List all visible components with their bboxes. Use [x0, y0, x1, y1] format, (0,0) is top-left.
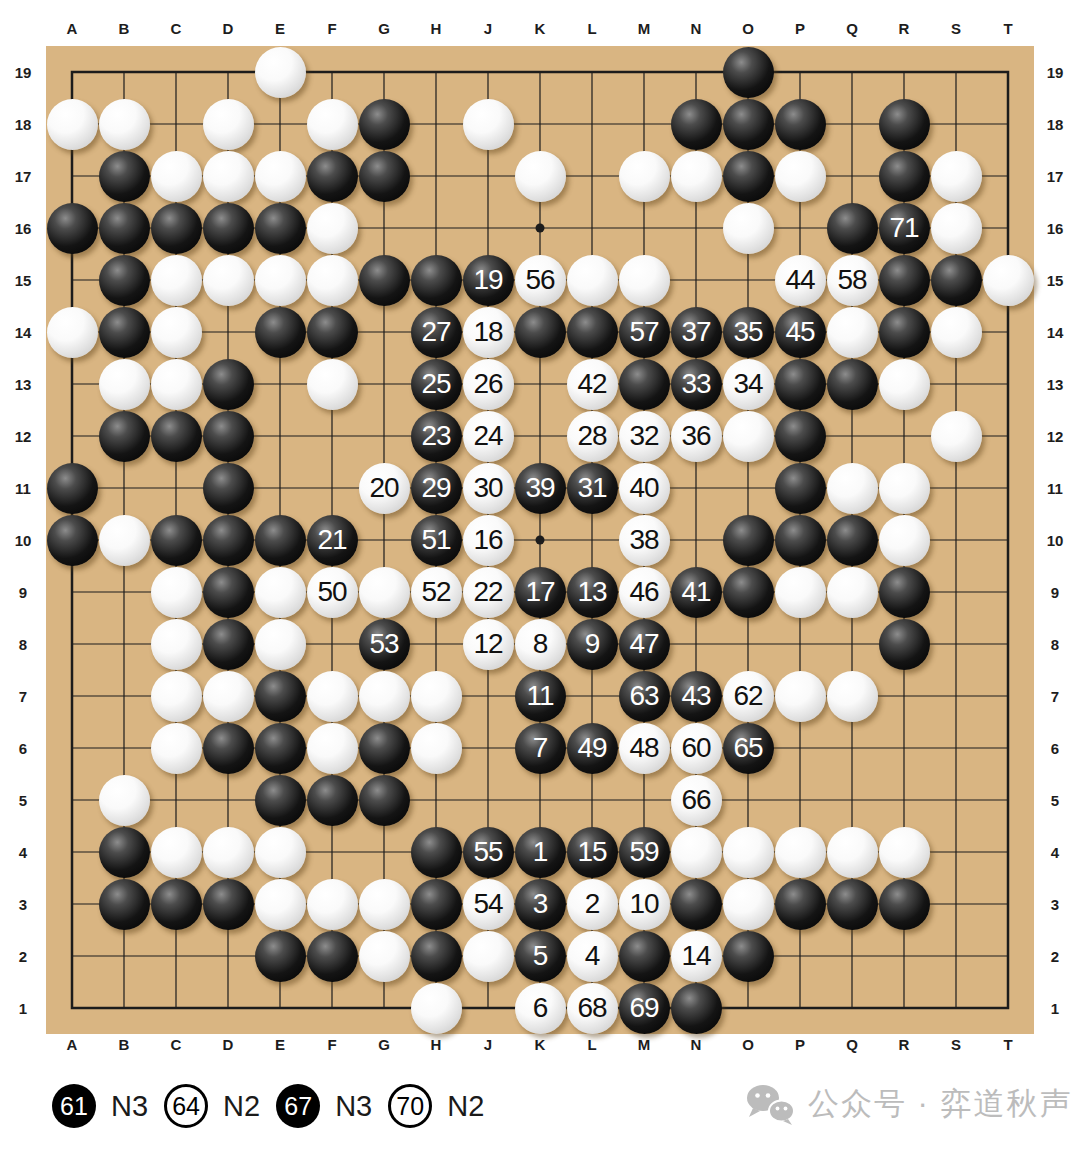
stone-N9: 41 [671, 567, 722, 618]
stone-P12 [775, 411, 826, 462]
stone-B13 [99, 359, 150, 410]
coord-label: E [254, 1036, 306, 1053]
move-number: 55 [473, 838, 502, 866]
move-number: 35 [733, 318, 762, 346]
stone-H6 [411, 723, 462, 774]
move-number: 29 [421, 474, 450, 502]
coord-label: A [46, 20, 98, 37]
coord-label: 14 [6, 306, 40, 358]
stone-G18 [359, 99, 410, 150]
stone-Q9 [827, 567, 878, 618]
stone-K2: 5 [515, 931, 566, 982]
move-number: 66 [681, 786, 710, 814]
stone-K8: 8 [515, 619, 566, 670]
stone-Q10 [827, 515, 878, 566]
stone-M17 [619, 151, 670, 202]
stone-G8: 53 [359, 619, 410, 670]
stone-G7 [359, 671, 410, 722]
stone-R15 [879, 255, 930, 306]
move-number: 39 [525, 474, 554, 502]
stone-C3 [151, 879, 202, 930]
move-number: 17 [525, 578, 554, 606]
stone-F14 [307, 307, 358, 358]
move-number: 31 [577, 474, 606, 502]
stone-O13: 34 [723, 359, 774, 410]
stone-E2 [255, 931, 306, 982]
stone-E15 [255, 255, 306, 306]
stone-D7 [203, 671, 254, 722]
stone-C16 [151, 203, 202, 254]
stone-R10 [879, 515, 930, 566]
coord-label: N [670, 1036, 722, 1053]
coord-label: 11 [1038, 462, 1072, 514]
move-number: 47 [629, 630, 658, 658]
legend-point-label: N3 [335, 1090, 372, 1123]
stone-L12: 28 [567, 411, 618, 462]
move-number: 58 [837, 266, 866, 294]
stone-K4: 1 [515, 827, 566, 878]
coord-label: 10 [6, 514, 40, 566]
stone-M2 [619, 931, 670, 982]
coord-label: 4 [6, 826, 40, 878]
move-number: 49 [577, 734, 606, 762]
coord-label: 13 [6, 358, 40, 410]
move-number: 36 [681, 422, 710, 450]
go-board: 7119564458271857373545252642333423242832… [46, 46, 1034, 1034]
stone-G17 [359, 151, 410, 202]
stone-S17 [931, 151, 982, 202]
go-diagram-page: ABCDEFGHJKLMNOPQRST ABCDEFGHJKLMNOPQRST … [0, 0, 1080, 1156]
stone-F17 [307, 151, 358, 202]
coord-label: H [410, 1036, 462, 1053]
move-number: 63 [629, 682, 658, 710]
stone-P11 [775, 463, 826, 514]
stone-C9 [151, 567, 202, 618]
move-number: 33 [681, 370, 710, 398]
move-number: 52 [421, 578, 450, 606]
stone-E7 [255, 671, 306, 722]
move-number: 27 [421, 318, 450, 346]
coord-label: 16 [1038, 202, 1072, 254]
move-number: 6 [533, 994, 548, 1022]
stone-D15 [203, 255, 254, 306]
column-labels-bottom: ABCDEFGHJKLMNOPQRST [46, 1036, 1034, 1053]
stone-P17 [775, 151, 826, 202]
legend-item: 61N3 [52, 1084, 157, 1128]
coord-label: 19 [6, 46, 40, 98]
stone-L11: 31 [567, 463, 618, 514]
stone-M11: 40 [619, 463, 670, 514]
coord-label: 3 [1038, 878, 1072, 930]
coord-label: 18 [6, 98, 40, 150]
stone-K9: 17 [515, 567, 566, 618]
move-number: 53 [369, 630, 398, 658]
wechat-icon [744, 1083, 796, 1125]
stone-L2: 4 [567, 931, 618, 982]
stone-T15 [983, 255, 1034, 306]
coord-label: 19 [1038, 46, 1072, 98]
stone-L6: 49 [567, 723, 618, 774]
stone-E6 [255, 723, 306, 774]
coord-label: 9 [1038, 566, 1072, 618]
coord-label: O [722, 1036, 774, 1053]
stone-H3 [411, 879, 462, 930]
move-number: 34 [733, 370, 762, 398]
stone-G11: 20 [359, 463, 410, 514]
stone-H12: 23 [411, 411, 462, 462]
move-number: 57 [629, 318, 658, 346]
stone-Q11 [827, 463, 878, 514]
row-labels-left: 19181716151413121110987654321 [6, 46, 40, 1034]
stone-Q13 [827, 359, 878, 410]
move-number: 16 [473, 526, 502, 554]
stone-E5 [255, 775, 306, 826]
stone-R14 [879, 307, 930, 358]
row-labels-right: 19181716151413121110987654321 [1038, 46, 1072, 1034]
move-number: 23 [421, 422, 450, 450]
coord-label: K [514, 20, 566, 37]
stone-K14 [515, 307, 566, 358]
move-number: 7 [533, 734, 548, 762]
stone-S16 [931, 203, 982, 254]
coord-label: S [930, 20, 982, 37]
stone-B17 [99, 151, 150, 202]
stone-L3: 2 [567, 879, 618, 930]
stone-A14 [47, 307, 98, 358]
stone-O19 [723, 47, 774, 98]
stone-R8 [879, 619, 930, 670]
stone-L14 [567, 307, 618, 358]
stone-R17 [879, 151, 930, 202]
stone-G6 [359, 723, 410, 774]
stones-layer: 7119564458271857373545252642333423242832… [46, 46, 1034, 1034]
stone-H1 [411, 983, 462, 1034]
stone-D10 [203, 515, 254, 566]
coord-label: C [150, 1036, 202, 1053]
stone-O2 [723, 931, 774, 982]
stone-C7 [151, 671, 202, 722]
stone-P7 [775, 671, 826, 722]
stone-D8 [203, 619, 254, 670]
stone-G5 [359, 775, 410, 826]
stone-N12: 36 [671, 411, 722, 462]
stone-N1 [671, 983, 722, 1034]
stone-B14 [99, 307, 150, 358]
move-number: 30 [473, 474, 502, 502]
coord-label: R [878, 1036, 930, 1053]
legend-stone: 67 [276, 1084, 320, 1128]
move-number: 2 [585, 890, 600, 918]
move-number: 71 [889, 214, 918, 242]
stone-N14: 37 [671, 307, 722, 358]
coord-label: R [878, 20, 930, 37]
stone-O6: 65 [723, 723, 774, 774]
move-number: 59 [629, 838, 658, 866]
coord-label: S [930, 1036, 982, 1053]
stone-E16 [255, 203, 306, 254]
stone-Q4 [827, 827, 878, 878]
stone-C6 [151, 723, 202, 774]
coord-label: A [46, 1036, 98, 1053]
stone-J15: 19 [463, 255, 514, 306]
coord-label: 12 [1038, 410, 1072, 462]
stone-F13 [307, 359, 358, 410]
legend-stone: 61 [52, 1084, 96, 1128]
watermark-text: 公众号 · 弈道秋声 [808, 1083, 1073, 1125]
stone-B3 [99, 879, 150, 930]
stone-M13 [619, 359, 670, 410]
coord-label: 11 [6, 462, 40, 514]
stone-A18 [47, 99, 98, 150]
stone-H14: 27 [411, 307, 462, 358]
stone-R18 [879, 99, 930, 150]
stone-C10 [151, 515, 202, 566]
stone-D6 [203, 723, 254, 774]
stone-O9 [723, 567, 774, 618]
stone-D16 [203, 203, 254, 254]
stone-C13 [151, 359, 202, 410]
move-number: 40 [629, 474, 658, 502]
coord-label: 15 [1038, 254, 1072, 306]
stone-R9 [879, 567, 930, 618]
stone-J9: 22 [463, 567, 514, 618]
move-number: 38 [629, 526, 658, 554]
stone-N4 [671, 827, 722, 878]
coord-label: G [358, 1036, 410, 1053]
stone-O3 [723, 879, 774, 930]
stone-N5: 66 [671, 775, 722, 826]
stone-O10 [723, 515, 774, 566]
coord-label: 13 [1038, 358, 1072, 410]
stone-Q16 [827, 203, 878, 254]
stone-Q3 [827, 879, 878, 930]
move-number: 24 [473, 422, 502, 450]
stone-L8: 9 [567, 619, 618, 670]
coord-label: 17 [6, 150, 40, 202]
coord-label: 4 [1038, 826, 1072, 878]
stone-E3 [255, 879, 306, 930]
coord-label: 5 [1038, 774, 1072, 826]
stone-B18 [99, 99, 150, 150]
coord-label: 7 [6, 670, 40, 722]
coord-label: 12 [6, 410, 40, 462]
coord-label: 10 [1038, 514, 1072, 566]
stone-D18 [203, 99, 254, 150]
stone-B10 [99, 515, 150, 566]
stone-J14: 18 [463, 307, 514, 358]
coord-label: 7 [1038, 670, 1072, 722]
stone-P13 [775, 359, 826, 410]
coord-label: F [306, 1036, 358, 1053]
stone-O4 [723, 827, 774, 878]
coord-label: 8 [6, 618, 40, 670]
coord-label: 14 [1038, 306, 1072, 358]
column-labels-top: ABCDEFGHJKLMNOPQRST [46, 20, 1034, 37]
stone-C17 [151, 151, 202, 202]
stone-M12: 32 [619, 411, 670, 462]
legend-item: 64N2 [164, 1084, 269, 1128]
coord-label: Q [826, 1036, 878, 1053]
move-number: 19 [473, 266, 502, 294]
stone-K7: 11 [515, 671, 566, 722]
stone-H13: 25 [411, 359, 462, 410]
coord-label: 16 [6, 202, 40, 254]
stone-C12 [151, 411, 202, 462]
stone-C14 [151, 307, 202, 358]
coord-label: T [982, 20, 1034, 37]
stone-K1: 6 [515, 983, 566, 1034]
coord-label: 1 [6, 982, 40, 1034]
move-number: 50 [317, 578, 346, 606]
stone-P4 [775, 827, 826, 878]
move-number: 11 [526, 682, 553, 710]
move-number: 14 [681, 942, 710, 970]
stone-M15 [619, 255, 670, 306]
stone-J18 [463, 99, 514, 150]
stone-N18 [671, 99, 722, 150]
coord-label: P [774, 20, 826, 37]
stone-B12 [99, 411, 150, 462]
stone-A10 [47, 515, 98, 566]
stone-R16: 71 [879, 203, 930, 254]
stone-M14: 57 [619, 307, 670, 358]
stone-E19 [255, 47, 306, 98]
stone-M7: 63 [619, 671, 670, 722]
stone-O18 [723, 99, 774, 150]
move-number: 9 [585, 630, 600, 658]
stone-P9 [775, 567, 826, 618]
move-number: 32 [629, 422, 658, 450]
stone-G3 [359, 879, 410, 930]
stone-J2 [463, 931, 514, 982]
stone-N3 [671, 879, 722, 930]
coord-label: P [774, 1036, 826, 1053]
coord-label: K [514, 1036, 566, 1053]
stone-F9: 50 [307, 567, 358, 618]
stone-G15 [359, 255, 410, 306]
move-number: 18 [473, 318, 502, 346]
coord-label: T [982, 1036, 1034, 1053]
stone-M9: 46 [619, 567, 670, 618]
stone-F10: 21 [307, 515, 358, 566]
stone-F2 [307, 931, 358, 982]
coord-label: B [98, 20, 150, 37]
coord-label: F [306, 20, 358, 37]
stone-N13: 33 [671, 359, 722, 410]
move-number: 3 [533, 890, 548, 918]
stone-A11 [47, 463, 98, 514]
stone-J12: 24 [463, 411, 514, 462]
coord-label: G [358, 20, 410, 37]
stone-F16 [307, 203, 358, 254]
stone-F15 [307, 255, 358, 306]
stone-M1: 69 [619, 983, 670, 1034]
move-number: 4 [585, 942, 600, 970]
stone-P14: 45 [775, 307, 826, 358]
stone-K6: 7 [515, 723, 566, 774]
move-number: 12 [473, 630, 502, 658]
coord-label: N [670, 20, 722, 37]
stone-D11 [203, 463, 254, 514]
legend-point-label: N2 [447, 1090, 484, 1123]
stone-Q15: 58 [827, 255, 878, 306]
stone-R3 [879, 879, 930, 930]
coord-label: 8 [1038, 618, 1072, 670]
move-number: 65 [733, 734, 762, 762]
coord-label: 3 [6, 878, 40, 930]
move-number: 46 [629, 578, 658, 606]
stone-L1: 68 [567, 983, 618, 1034]
stone-L15 [567, 255, 618, 306]
move-number: 62 [733, 682, 762, 710]
coord-label: 1 [1038, 982, 1072, 1034]
stone-L9: 13 [567, 567, 618, 618]
stone-C4 [151, 827, 202, 878]
stone-M3: 10 [619, 879, 670, 930]
stone-J11: 30 [463, 463, 514, 514]
coord-label: 2 [1038, 930, 1072, 982]
stone-O14: 35 [723, 307, 774, 358]
stone-E8 [255, 619, 306, 670]
coord-label: E [254, 20, 306, 37]
coord-label: H [410, 20, 462, 37]
coord-label: 18 [1038, 98, 1072, 150]
coord-label: M [618, 20, 670, 37]
stone-K3: 3 [515, 879, 566, 930]
coord-label: 9 [6, 566, 40, 618]
stone-S12 [931, 411, 982, 462]
stone-E9 [255, 567, 306, 618]
stone-B15 [99, 255, 150, 306]
stone-P18 [775, 99, 826, 150]
stone-H15 [411, 255, 462, 306]
move-number: 15 [577, 838, 606, 866]
legend-stone: 70 [388, 1084, 432, 1128]
stone-J8: 12 [463, 619, 514, 670]
coord-label: C [150, 20, 202, 37]
stone-J10: 16 [463, 515, 514, 566]
stone-D4 [203, 827, 254, 878]
stone-J13: 26 [463, 359, 514, 410]
stone-G2 [359, 931, 410, 982]
move-number: 21 [317, 526, 346, 554]
stone-R11 [879, 463, 930, 514]
stone-O7: 62 [723, 671, 774, 722]
move-number: 25 [421, 370, 450, 398]
coord-label: 2 [6, 930, 40, 982]
move-number: 5 [533, 942, 548, 970]
move-number: 20 [369, 474, 398, 502]
stone-D17 [203, 151, 254, 202]
move-number: 13 [577, 578, 606, 606]
stone-P3 [775, 879, 826, 930]
stone-E14 [255, 307, 306, 358]
stone-F5 [307, 775, 358, 826]
stone-D13 [203, 359, 254, 410]
stone-N7: 43 [671, 671, 722, 722]
stone-A16 [47, 203, 98, 254]
stone-M8: 47 [619, 619, 670, 670]
legend-item: 67N3 [276, 1084, 381, 1128]
move-number: 51 [421, 526, 450, 554]
coord-label: 5 [6, 774, 40, 826]
move-number: 48 [629, 734, 658, 762]
stone-P10 [775, 515, 826, 566]
coord-label: J [462, 1036, 514, 1053]
stone-J3: 54 [463, 879, 514, 930]
stone-H9: 52 [411, 567, 462, 618]
coord-label: 15 [6, 254, 40, 306]
